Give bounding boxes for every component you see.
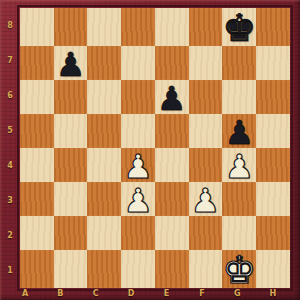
- square-c8[interactable]: [87, 8, 121, 46]
- square-h8[interactable]: [256, 8, 290, 46]
- square-a4[interactable]: [20, 148, 54, 182]
- square-f1[interactable]: [189, 250, 223, 288]
- square-d8[interactable]: [121, 8, 155, 46]
- chess-board: ♚♟♟♟♟♟♟♟♚: [20, 8, 290, 288]
- square-c6[interactable]: [87, 80, 121, 114]
- file-label-f: F: [196, 288, 208, 299]
- square-e5[interactable]: [155, 114, 189, 148]
- file-label-h: H: [267, 288, 279, 299]
- file-label-e: E: [161, 288, 173, 299]
- square-b8[interactable]: [54, 8, 88, 46]
- square-h4[interactable]: [256, 148, 290, 182]
- rank-label-3: 3: [3, 195, 17, 206]
- black-pawn[interactable]: ♟: [224, 116, 254, 149]
- square-e7[interactable]: [155, 46, 189, 80]
- square-f7[interactable]: [189, 46, 223, 80]
- square-c7[interactable]: [87, 46, 121, 80]
- square-a8[interactable]: [20, 8, 54, 46]
- white-pawn[interactable]: ♟: [123, 150, 153, 183]
- square-b7[interactable]: ♟: [54, 46, 88, 80]
- file-label-c: C: [90, 288, 102, 299]
- black-pawn[interactable]: ♟: [157, 82, 187, 115]
- square-g3[interactable]: [222, 182, 256, 216]
- square-b6[interactable]: [54, 80, 88, 114]
- square-b4[interactable]: [54, 148, 88, 182]
- rank-label-8: 8: [3, 20, 17, 31]
- square-a5[interactable]: [20, 114, 54, 148]
- square-h2[interactable]: [256, 216, 290, 250]
- square-e6[interactable]: ♟: [155, 80, 189, 114]
- square-d2[interactable]: [121, 216, 155, 250]
- square-e8[interactable]: [155, 8, 189, 46]
- square-a6[interactable]: [20, 80, 54, 114]
- square-d1[interactable]: [121, 250, 155, 288]
- square-h7[interactable]: [256, 46, 290, 80]
- square-d6[interactable]: [121, 80, 155, 114]
- square-c4[interactable]: [87, 148, 121, 182]
- square-g7[interactable]: [222, 46, 256, 80]
- square-b1[interactable]: [54, 250, 88, 288]
- chessboard-app: ♚♟♟♟♟♟♟♟♚ ABCDEFGH87654321: [0, 0, 300, 300]
- square-h6[interactable]: [256, 80, 290, 114]
- rank-label-5: 5: [3, 125, 17, 136]
- file-label-b: B: [54, 288, 66, 299]
- square-g8[interactable]: ♚: [222, 8, 256, 46]
- rank-label-6: 6: [3, 90, 17, 101]
- black-pawn[interactable]: ♟: [56, 48, 86, 81]
- square-h3[interactable]: [256, 182, 290, 216]
- square-c1[interactable]: [87, 250, 121, 288]
- square-g5[interactable]: ♟: [222, 114, 256, 148]
- file-label-d: D: [125, 288, 137, 299]
- square-c3[interactable]: [87, 182, 121, 216]
- square-e2[interactable]: [155, 216, 189, 250]
- square-a3[interactable]: [20, 182, 54, 216]
- square-f4[interactable]: [189, 148, 223, 182]
- square-d7[interactable]: [121, 46, 155, 80]
- square-d5[interactable]: [121, 114, 155, 148]
- square-h5[interactable]: [256, 114, 290, 148]
- white-pawn[interactable]: ♟: [224, 150, 254, 183]
- square-h1[interactable]: [256, 250, 290, 288]
- square-f2[interactable]: [189, 216, 223, 250]
- square-d3[interactable]: ♟: [121, 182, 155, 216]
- square-a1[interactable]: [20, 250, 54, 288]
- square-f8[interactable]: [189, 8, 223, 46]
- white-pawn[interactable]: ♟: [123, 184, 153, 217]
- square-f5[interactable]: [189, 114, 223, 148]
- square-e4[interactable]: [155, 148, 189, 182]
- square-a7[interactable]: [20, 46, 54, 80]
- square-a2[interactable]: [20, 216, 54, 250]
- square-b3[interactable]: [54, 182, 88, 216]
- square-g2[interactable]: [222, 216, 256, 250]
- rank-label-7: 7: [3, 55, 17, 66]
- file-label-a: A: [19, 288, 31, 299]
- square-e1[interactable]: [155, 250, 189, 288]
- square-b5[interactable]: [54, 114, 88, 148]
- rank-label-1: 1: [3, 265, 17, 276]
- square-e3[interactable]: [155, 182, 189, 216]
- white-pawn[interactable]: ♟: [191, 184, 221, 217]
- square-g6[interactable]: [222, 80, 256, 114]
- black-king[interactable]: ♚: [222, 9, 256, 47]
- square-b2[interactable]: [54, 216, 88, 250]
- square-f3[interactable]: ♟: [189, 182, 223, 216]
- square-d4[interactable]: ♟: [121, 148, 155, 182]
- square-c2[interactable]: [87, 216, 121, 250]
- square-g4[interactable]: ♟: [222, 148, 256, 182]
- square-f6[interactable]: [189, 80, 223, 114]
- square-c5[interactable]: [87, 114, 121, 148]
- rank-label-4: 4: [3, 160, 17, 171]
- white-king[interactable]: ♚: [222, 251, 256, 289]
- rank-label-2: 2: [3, 230, 17, 241]
- square-g1[interactable]: ♚: [222, 250, 256, 288]
